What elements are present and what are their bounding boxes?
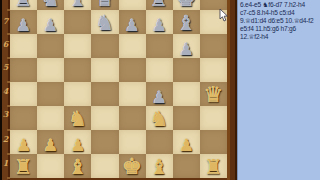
- rank-label-5: 5: [2, 62, 9, 72]
- square-c3[interactable]: ♞: [64, 106, 91, 130]
- square-c6[interactable]: [64, 34, 91, 58]
- square-f8[interactable]: ♜: [146, 0, 173, 10]
- square-e8[interactable]: [119, 0, 146, 10]
- frame-tick: [7, 57, 10, 59]
- square-f4[interactable]: ♟: [146, 82, 173, 106]
- square-f1[interactable]: ♝: [146, 154, 173, 178]
- square-f6[interactable]: [146, 34, 173, 58]
- square-c1[interactable]: ♝: [64, 154, 91, 178]
- square-g6[interactable]: ♟: [173, 34, 200, 58]
- square-e3[interactable]: [119, 106, 146, 130]
- black-knight-b8[interactable]: ♞: [41, 0, 60, 10]
- white-rook-h1[interactable]: ♜: [204, 156, 223, 178]
- square-a7[interactable]: ♟: [10, 10, 37, 34]
- square-f2[interactable]: [146, 130, 173, 154]
- square-e5[interactable]: [119, 58, 146, 82]
- move-line[interactable]: 6.e4-e5 ♞f6-d7 7.h2-h4: [240, 1, 319, 9]
- square-h1[interactable]: ♜: [200, 154, 227, 178]
- square-a4[interactable]: [10, 82, 37, 106]
- frame-tick: [7, 105, 10, 107]
- square-h4[interactable]: ♛: [200, 82, 227, 106]
- square-g3[interactable]: [173, 106, 200, 130]
- notation-panel: 6.e4-e5 ♞f6-d7 7.h2-h4c7-c5 8.h4-h5 c5:d…: [237, 0, 320, 180]
- square-e6[interactable]: [119, 34, 146, 58]
- square-e2[interactable]: [119, 130, 146, 154]
- black-bishop-g7[interactable]: ♝: [177, 12, 196, 34]
- black-rook-f8[interactable]: ♜: [150, 0, 169, 10]
- square-a3[interactable]: [10, 106, 37, 130]
- rank-label-1: 1: [2, 158, 9, 168]
- black-pawn-f7[interactable]: ♟: [152, 16, 167, 34]
- square-a1[interactable]: ♜: [10, 154, 37, 178]
- white-pawn-c2[interactable]: ♟: [70, 136, 85, 154]
- square-e7[interactable]: ♟: [119, 10, 146, 34]
- black-pawn-e7[interactable]: ♟: [125, 16, 140, 34]
- square-d3[interactable]: [91, 106, 118, 130]
- board-right-frame: [227, 0, 237, 180]
- square-h5[interactable]: [200, 58, 227, 82]
- square-d4[interactable]: [91, 82, 118, 106]
- square-f5[interactable]: [146, 58, 173, 82]
- frame-tick: [7, 9, 10, 11]
- square-g4[interactable]: [173, 82, 200, 106]
- square-d5[interactable]: [91, 58, 118, 82]
- black-king-g8[interactable]: ♚: [177, 0, 197, 10]
- rank-label-7: 7: [2, 16, 9, 26]
- black-bishop-c8[interactable]: ♝: [68, 0, 87, 10]
- rank-label-6: 6: [2, 39, 9, 49]
- black-pawn-g6[interactable]: ♟: [179, 40, 194, 58]
- square-a6[interactable]: [10, 34, 37, 58]
- move-line[interactable]: c7-c5 8.h4-h5 c5:d4: [240, 9, 319, 17]
- black-knight-d7[interactable]: ♞: [96, 12, 115, 34]
- square-a5[interactable]: [10, 58, 37, 82]
- square-c4[interactable]: [64, 82, 91, 106]
- move-list[interactable]: 6.e4-e5 ♞f6-d7 7.h2-h4c7-c5 8.h4-h5 c5:d…: [238, 0, 320, 41]
- black-pawn-b7[interactable]: ♟: [43, 16, 58, 34]
- board-left-frame: 7654321: [0, 0, 10, 180]
- square-h2[interactable]: [200, 130, 227, 154]
- black-pawn-a7[interactable]: ♟: [16, 16, 31, 34]
- square-b8[interactable]: ♞: [37, 0, 64, 10]
- square-g1[interactable]: [173, 154, 200, 178]
- move-line[interactable]: e5:f4 11.h5:g6 h7:g6: [240, 25, 319, 33]
- square-b3[interactable]: [37, 106, 64, 130]
- white-rook-a1[interactable]: ♜: [14, 156, 33, 178]
- square-g7[interactable]: ♝: [173, 10, 200, 34]
- square-h6[interactable]: [200, 34, 227, 58]
- rank-label-4: 4: [2, 86, 9, 96]
- square-b1[interactable]: [37, 154, 64, 178]
- square-b4[interactable]: [37, 82, 64, 106]
- square-f7[interactable]: ♟: [146, 10, 173, 34]
- square-e4[interactable]: [119, 82, 146, 106]
- frame-tick: [7, 81, 10, 83]
- square-d1[interactable]: [91, 154, 118, 178]
- square-g2[interactable]: ♟: [173, 130, 200, 154]
- black-queen-d8[interactable]: ♛: [95, 0, 115, 10]
- square-b6[interactable]: [37, 34, 64, 58]
- white-queen-h4[interactable]: ♛: [204, 84, 224, 106]
- white-bishop-c1[interactable]: ♝: [68, 156, 87, 178]
- white-king-e1[interactable]: ♚: [122, 156, 142, 178]
- mouse-cursor-icon: [219, 9, 229, 22]
- square-b5[interactable]: [37, 58, 64, 82]
- square-d2[interactable]: [91, 130, 118, 154]
- white-pawn-b2[interactable]: ♟: [43, 136, 58, 154]
- frame-tick: [7, 33, 10, 35]
- board-squares-grid: ♜♞♝♛♜♚♟♟♞♟♟♝♟♟♛♞♞♟♟♟♟♜♝♚♝♜: [10, 0, 227, 178]
- white-pawn-a2[interactable]: ♟: [16, 136, 31, 154]
- white-pawn-g2[interactable]: ♟: [179, 136, 194, 154]
- white-knight-f3[interactable]: ♞: [150, 108, 169, 130]
- square-d6[interactable]: [91, 34, 118, 58]
- rank-label-3: 3: [2, 109, 9, 119]
- white-knight-c3[interactable]: ♞: [68, 108, 87, 130]
- frame-tick: [7, 129, 10, 131]
- square-b2[interactable]: ♟: [37, 130, 64, 154]
- square-c2[interactable]: ♟: [64, 130, 91, 154]
- square-b7[interactable]: ♟: [37, 10, 64, 34]
- move-line[interactable]: 12.♕f2-h4: [240, 33, 319, 41]
- square-h3[interactable]: [200, 106, 227, 130]
- square-a8[interactable]: ♜: [10, 0, 37, 10]
- frame-tick: [7, 153, 10, 155]
- square-e1[interactable]: ♚: [119, 154, 146, 178]
- square-c7[interactable]: [64, 10, 91, 34]
- square-g5[interactable]: [173, 58, 200, 82]
- chess-board: ♜♞♝♛♜♚♟♟♞♟♟♝♟♟♛♞♞♟♟♟♟♜♝♚♝♜ 7654321: [0, 0, 237, 180]
- square-d8[interactable]: ♛: [91, 0, 118, 10]
- chess-app-window: ♜♞♝♛♜♚♟♟♞♟♟♝♟♟♛♞♞♟♟♟♟♜♝♚♝♜ 7654321 6.e4-…: [0, 0, 320, 180]
- square-c8[interactable]: ♝: [64, 0, 91, 10]
- black-pawn-f4[interactable]: ♟: [152, 88, 167, 106]
- white-bishop-f1[interactable]: ♝: [150, 156, 169, 178]
- move-line[interactable]: 9.♕d1:d4 d6:e5 10.♕d4-f2: [240, 17, 319, 25]
- square-d7[interactable]: ♞: [91, 10, 118, 34]
- square-a2[interactable]: ♟: [10, 130, 37, 154]
- frame-tick: [7, 177, 10, 179]
- square-g8[interactable]: ♚: [173, 0, 200, 10]
- black-rook-a8[interactable]: ♜: [14, 0, 33, 10]
- square-f3[interactable]: ♞: [146, 106, 173, 130]
- rank-label-2: 2: [2, 134, 9, 144]
- square-c5[interactable]: [64, 58, 91, 82]
